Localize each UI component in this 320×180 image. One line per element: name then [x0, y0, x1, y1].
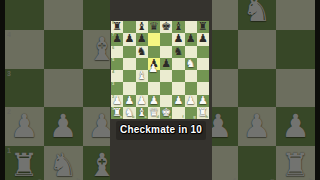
white-pawn-piece: ♟ [197, 95, 209, 107]
black-pawn-piece: ♟ [136, 33, 148, 45]
board-square-a6: 6 [111, 46, 123, 58]
black-knight-piece: ♞ [172, 46, 184, 58]
board-square-f1: f [172, 107, 184, 119]
board-square-e5: ♟ [160, 58, 172, 70]
board-square-a1: 1a♜ [111, 107, 123, 119]
rank-label: 5 [112, 58, 114, 62]
black-knight-piece: ♞ [136, 46, 148, 58]
board-square-d2: ♟ [148, 95, 160, 107]
rank-label: 2 [112, 95, 114, 99]
board-square-c3 [136, 82, 148, 94]
file-label: g [193, 115, 195, 119]
rank-label: 6 [112, 46, 114, 50]
board-square-c6: ♞ [136, 46, 148, 58]
rank-label: 1 [112, 107, 114, 111]
video-strip: 8♜♝♛♚♝♜7♟♟♟♟♟♟6♞♞5♟♟♞4♝32♟♟♟♟♟♟♟1a♜b♞c♝d… [110, 0, 212, 180]
black-pawn-piece: ♟ [123, 33, 135, 45]
board-square-c4: ♝ [136, 70, 148, 82]
board-square-e1: e♚ [160, 107, 172, 119]
video-frame[interactable]: ♟♟♞4♝32♟♟♟♟♟♟♟1a♜b♞c♝d♛e♚fgh♜ 8♜♝♛♚♝♜7♟♟… [0, 0, 320, 180]
board-square-g7: ♟ [185, 33, 197, 45]
board-square-e4 [160, 70, 172, 82]
board-square-h6 [197, 46, 209, 58]
board-square-g4 [185, 70, 197, 82]
board-square-h2: ♟ [197, 95, 209, 107]
board-square-b5 [123, 58, 135, 70]
white-bishop-piece: ♝ [136, 70, 148, 82]
board-square-d8: ♛ [148, 21, 160, 33]
board-square-f2: ♟ [172, 95, 184, 107]
black-queen-piece: ♛ [148, 21, 160, 33]
file-label: b [132, 115, 134, 119]
main-chess-board: 8♜♝♛♚♝♜7♟♟♟♟♟♟6♞♞5♟♟♞4♝32♟♟♟♟♟♟♟1a♜b♞c♝d… [111, 21, 209, 119]
caption: Checkmate in 10 [110, 124, 212, 135]
black-king-piece: ♚ [160, 21, 172, 33]
board-square-g1: g [185, 107, 197, 119]
board-square-h4 [197, 70, 209, 82]
board-square-b2: ♟ [123, 95, 135, 107]
board-square-a7: 7♟ [111, 33, 123, 45]
black-pawn-piece: ♟ [185, 33, 197, 45]
board-square-h1: h♜ [197, 107, 209, 119]
white-pawn-piece: ♟ [172, 95, 184, 107]
board-square-d6 [148, 46, 160, 58]
board-square-a3: 3 [111, 82, 123, 94]
board-square-e7 [160, 33, 172, 45]
board-square-d3 [148, 82, 160, 94]
black-pawn-piece: ♟ [172, 33, 184, 45]
animating-white-pawn: ♟ [147, 63, 159, 75]
board-square-g2: ♟ [185, 95, 197, 107]
file-label: f [182, 115, 183, 119]
board-square-b4 [123, 70, 135, 82]
board-square-f5 [172, 58, 184, 70]
board-square-c1: c♝ [136, 107, 148, 119]
board-square-f7: ♟ [172, 33, 184, 45]
rank-label: 7 [112, 33, 114, 37]
board-square-b1: b♞ [123, 107, 135, 119]
board-square-f4 [172, 70, 184, 82]
board-square-c7: ♟ [136, 33, 148, 45]
white-knight-piece: ♞ [185, 58, 197, 70]
board-square-g6 [185, 46, 197, 58]
file-label: c [145, 115, 147, 119]
board-square-f3 [172, 82, 184, 94]
rank-label: 4 [112, 70, 114, 74]
board-square-g5: ♞ [185, 58, 197, 70]
white-pawn-piece: ♟ [148, 95, 160, 107]
black-pawn-piece: ♟ [160, 58, 172, 70]
board-square-h5 [197, 58, 209, 70]
board-square-h7: ♟ [197, 33, 209, 45]
board-square-e6 [160, 46, 172, 58]
white-pawn-piece: ♟ [123, 95, 135, 107]
black-pawn-piece: ♟ [197, 33, 209, 45]
board-square-e3 [160, 82, 172, 94]
board-square-d7 [148, 33, 160, 45]
board-square-f6: ♞ [172, 46, 184, 58]
board-square-a2: 2♟ [111, 95, 123, 107]
file-label: e [169, 115, 171, 119]
file-label: a [120, 115, 122, 119]
white-pawn-piece: ♟ [136, 95, 148, 107]
board-square-e2 [160, 95, 172, 107]
board-square-g3 [185, 82, 197, 94]
rank-label: 3 [112, 82, 114, 86]
board-square-h3 [197, 82, 209, 94]
file-label: d [157, 115, 159, 119]
board-square-b7: ♟ [123, 33, 135, 45]
board-square-c2: ♟ [136, 95, 148, 107]
rank-label: 8 [112, 21, 114, 25]
board-square-b3 [123, 82, 135, 94]
board-square-e8: ♚ [160, 21, 172, 33]
board-square-b6 [123, 46, 135, 58]
board-square-d1: d♛ [148, 107, 160, 119]
file-label: h [206, 115, 208, 119]
white-pawn-piece: ♟ [185, 95, 197, 107]
